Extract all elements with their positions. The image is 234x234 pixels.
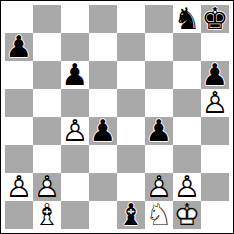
square-d5[interactable] bbox=[89, 89, 117, 117]
square-f4[interactable]: ♟ bbox=[145, 117, 173, 145]
piece-white-king[interactable]: ♚♔ bbox=[173, 201, 201, 229]
square-f6[interactable] bbox=[145, 61, 173, 89]
square-g8[interactable]: ♞ bbox=[173, 5, 201, 33]
piece-glyph-fill: ♟ bbox=[201, 89, 229, 117]
square-e4[interactable] bbox=[117, 117, 145, 145]
square-b7[interactable] bbox=[33, 33, 61, 61]
square-c6[interactable]: ♟ bbox=[61, 61, 89, 89]
piece-glyph-fill: ♟ bbox=[61, 61, 89, 89]
square-b1[interactable]: ♝♗ bbox=[33, 201, 61, 229]
piece-white-pawn[interactable]: ♟♙ bbox=[173, 173, 201, 201]
square-g7[interactable] bbox=[173, 33, 201, 61]
square-g3[interactable] bbox=[173, 145, 201, 173]
square-h5[interactable]: ♟♙ bbox=[201, 89, 229, 117]
piece-white-pawn[interactable]: ♟♙ bbox=[5, 173, 33, 201]
piece-black-pawn[interactable]: ♟ bbox=[5, 33, 33, 61]
square-f1[interactable]: ♞♘ bbox=[145, 201, 173, 229]
square-g1[interactable]: ♚♔ bbox=[173, 201, 201, 229]
square-a4[interactable] bbox=[5, 117, 33, 145]
piece-glyph-fill: ♟ bbox=[33, 173, 61, 201]
piece-white-knight[interactable]: ♞♘ bbox=[145, 201, 173, 229]
piece-glyph-fill: ♟ bbox=[173, 173, 201, 201]
square-c8[interactable] bbox=[61, 5, 89, 33]
square-d3[interactable] bbox=[89, 145, 117, 173]
piece-black-pawn[interactable]: ♟ bbox=[89, 117, 117, 145]
piece-glyph-outline: ♙ bbox=[33, 173, 61, 201]
square-b8[interactable] bbox=[33, 5, 61, 33]
piece-black-king[interactable]: ♚ bbox=[201, 5, 229, 33]
piece-glyph-outline: ♙ bbox=[5, 173, 33, 201]
square-e5[interactable] bbox=[117, 89, 145, 117]
piece-glyph-fill: ♝ bbox=[117, 201, 145, 229]
square-a7[interactable]: ♟ bbox=[5, 33, 33, 61]
square-e2[interactable] bbox=[117, 173, 145, 201]
square-f7[interactable] bbox=[145, 33, 173, 61]
square-a3[interactable] bbox=[5, 145, 33, 173]
square-f2[interactable]: ♟♙ bbox=[145, 173, 173, 201]
square-e6[interactable] bbox=[117, 61, 145, 89]
square-a1[interactable] bbox=[5, 201, 33, 229]
square-h8[interactable]: ♚ bbox=[201, 5, 229, 33]
piece-black-bishop[interactable]: ♝ bbox=[117, 201, 145, 229]
piece-black-pawn[interactable]: ♟ bbox=[145, 117, 173, 145]
piece-white-pawn[interactable]: ♟♙ bbox=[61, 117, 89, 145]
square-d7[interactable] bbox=[89, 33, 117, 61]
square-h2[interactable] bbox=[201, 173, 229, 201]
square-e3[interactable] bbox=[117, 145, 145, 173]
piece-glyph-fill: ♞ bbox=[173, 5, 201, 33]
square-b6[interactable] bbox=[33, 61, 61, 89]
piece-glyph-outline: ♙ bbox=[145, 173, 173, 201]
piece-glyph-outline: ♙ bbox=[173, 173, 201, 201]
piece-white-bishop[interactable]: ♝♗ bbox=[33, 201, 61, 229]
piece-glyph-outline: ♙ bbox=[201, 89, 229, 117]
square-f8[interactable] bbox=[145, 5, 173, 33]
chessboard: ♞♚♟♟♟♟♙♟♙♟♟♟♙♟♙♟♙♟♙♝♗♝♞♘♚♔ bbox=[5, 5, 229, 229]
square-a2[interactable]: ♟♙ bbox=[5, 173, 33, 201]
square-b4[interactable] bbox=[33, 117, 61, 145]
piece-white-pawn[interactable]: ♟♙ bbox=[145, 173, 173, 201]
piece-glyph-fill: ♟ bbox=[5, 33, 33, 61]
square-c1[interactable] bbox=[61, 201, 89, 229]
piece-glyph-outline: ♙ bbox=[61, 117, 89, 145]
piece-glyph-outline: ♘ bbox=[145, 201, 173, 229]
square-e1[interactable]: ♝ bbox=[117, 201, 145, 229]
square-d4[interactable]: ♟ bbox=[89, 117, 117, 145]
piece-white-pawn[interactable]: ♟♙ bbox=[201, 89, 229, 117]
square-c7[interactable] bbox=[61, 33, 89, 61]
square-g4[interactable] bbox=[173, 117, 201, 145]
square-e8[interactable] bbox=[117, 5, 145, 33]
piece-black-knight[interactable]: ♞ bbox=[173, 5, 201, 33]
square-h7[interactable] bbox=[201, 33, 229, 61]
piece-glyph-fill: ♞ bbox=[145, 201, 173, 229]
square-h1[interactable] bbox=[201, 201, 229, 229]
piece-glyph-fill: ♚ bbox=[173, 201, 201, 229]
square-h3[interactable] bbox=[201, 145, 229, 173]
square-c5[interactable] bbox=[61, 89, 89, 117]
piece-glyph-fill: ♝ bbox=[33, 201, 61, 229]
piece-white-pawn[interactable]: ♟♙ bbox=[33, 173, 61, 201]
square-c2[interactable] bbox=[61, 173, 89, 201]
piece-glyph-fill: ♚ bbox=[201, 5, 229, 33]
square-h6[interactable]: ♟ bbox=[201, 61, 229, 89]
square-e7[interactable] bbox=[117, 33, 145, 61]
square-c3[interactable] bbox=[61, 145, 89, 173]
square-a8[interactable] bbox=[5, 5, 33, 33]
square-f5[interactable] bbox=[145, 89, 173, 117]
chessboard-frame: ♞♚♟♟♟♟♙♟♙♟♟♟♙♟♙♟♙♟♙♝♗♝♞♘♚♔ bbox=[0, 0, 234, 234]
square-d6[interactable] bbox=[89, 61, 117, 89]
square-a5[interactable] bbox=[5, 89, 33, 117]
piece-glyph-fill: ♟ bbox=[145, 173, 173, 201]
square-g6[interactable] bbox=[173, 61, 201, 89]
piece-black-pawn[interactable]: ♟ bbox=[201, 61, 229, 89]
square-h4[interactable] bbox=[201, 117, 229, 145]
square-d1[interactable] bbox=[89, 201, 117, 229]
square-g2[interactable]: ♟♙ bbox=[173, 173, 201, 201]
square-d2[interactable] bbox=[89, 173, 117, 201]
square-a6[interactable] bbox=[5, 61, 33, 89]
square-g5[interactable] bbox=[173, 89, 201, 117]
square-b2[interactable]: ♟♙ bbox=[33, 173, 61, 201]
piece-glyph-fill: ♟ bbox=[5, 173, 33, 201]
square-c4[interactable]: ♟♙ bbox=[61, 117, 89, 145]
piece-glyph-fill: ♟ bbox=[61, 117, 89, 145]
piece-glyph-fill: ♟ bbox=[145, 117, 173, 145]
piece-glyph-fill: ♟ bbox=[201, 61, 229, 89]
square-b3[interactable] bbox=[33, 145, 61, 173]
square-d8[interactable] bbox=[89, 5, 117, 33]
piece-black-pawn[interactable]: ♟ bbox=[61, 61, 89, 89]
square-f3[interactable] bbox=[145, 145, 173, 173]
piece-glyph-fill: ♟ bbox=[89, 117, 117, 145]
square-b5[interactable] bbox=[33, 89, 61, 117]
piece-glyph-outline: ♗ bbox=[33, 201, 61, 229]
piece-glyph-outline: ♔ bbox=[173, 201, 201, 229]
